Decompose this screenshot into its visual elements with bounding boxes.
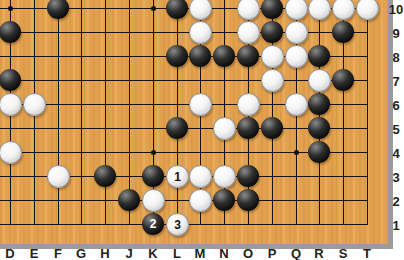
col-label-N: N (219, 246, 228, 260)
stone-white-Q6 (285, 93, 308, 116)
stone-white-K2 (142, 189, 165, 212)
star-point (294, 150, 299, 155)
stone-white-M9 (189, 21, 212, 44)
stone-white-Q10 (285, 0, 308, 20)
stone-black-N2 (213, 189, 235, 211)
col-label-E: E (30, 246, 39, 260)
stone-white-N3 (213, 165, 236, 188)
grid-line-horizontal (0, 32, 368, 33)
stone-black-D7 (0, 69, 21, 91)
move-number-label: 1 (174, 171, 181, 183)
grid-line-vertical (177, 0, 178, 225)
stone-black-R6 (308, 93, 330, 115)
stone-white-M3 (189, 165, 212, 188)
stone-white-S10 (332, 0, 355, 20)
stone-black-P10 (261, 0, 283, 19)
col-label-T: T (363, 246, 371, 260)
stone-black-R5 (308, 117, 330, 139)
star-point (8, 6, 13, 11)
stone-white-M6 (189, 93, 212, 116)
stone-white-N5 (213, 117, 236, 140)
col-label-O: O (243, 246, 253, 260)
go-board[interactable]: 123 (0, 0, 393, 249)
stone-black-P5 (261, 117, 283, 139)
col-label-H: H (100, 246, 109, 260)
stone-black-S7 (332, 69, 354, 91)
stone-black-O5 (237, 117, 259, 139)
col-label-J: J (125, 246, 132, 260)
stone-black-O3 (237, 165, 259, 187)
stone-black-D9 (0, 21, 21, 43)
col-label-F: F (54, 246, 62, 260)
row-label-2: 2 (392, 194, 399, 209)
stone-black-M8 (189, 45, 211, 67)
col-label-D: D (5, 246, 14, 260)
stone-white-D6 (0, 93, 22, 116)
col-label-G: G (76, 246, 86, 260)
stone-black-O2 (237, 189, 259, 211)
grid-line-vertical (81, 0, 82, 225)
col-label-S: S (339, 246, 348, 260)
stone-black-H3 (94, 165, 116, 187)
stone-white-O6 (237, 93, 260, 116)
row-label-10: 10 (389, 2, 403, 17)
grid-line-horizontal (0, 200, 368, 201)
stone-black-K3 (142, 165, 164, 187)
stone-white-Q8 (285, 45, 308, 68)
row-label-5: 5 (392, 122, 399, 137)
stone-white-T10 (356, 0, 379, 20)
stone-white-M10 (189, 0, 212, 20)
row-label-3: 3 (392, 170, 399, 185)
move-number-label: 2 (150, 218, 157, 230)
stone-white-O10 (237, 0, 260, 20)
row-label-1: 1 (392, 218, 399, 233)
row-label-7: 7 (392, 74, 399, 89)
stone-white-E6 (23, 93, 46, 116)
col-label-L: L (173, 246, 181, 260)
col-label-P: P (268, 246, 277, 260)
stone-white-P8 (261, 45, 284, 68)
stone-black-K1: 2 (142, 213, 164, 235)
col-label-K: K (148, 246, 157, 260)
row-label-9: 9 (392, 26, 399, 41)
col-label-R: R (314, 246, 323, 260)
stone-white-L3: 1 (166, 165, 189, 188)
stone-white-D4 (0, 141, 22, 164)
stone-white-F3 (47, 165, 70, 188)
col-label-M: M (195, 246, 206, 260)
stone-white-R7 (308, 69, 331, 92)
stone-white-P7 (261, 69, 284, 92)
stone-white-Q9 (285, 21, 308, 44)
grid-line-vertical (105, 0, 106, 225)
grid-line-vertical (58, 0, 59, 225)
star-point (151, 150, 156, 155)
stone-black-R4 (308, 141, 330, 163)
stone-black-J2 (118, 189, 140, 211)
stone-white-L1: 3 (166, 213, 189, 236)
go-diagram: 123 DEFGHJKLMNOPQRST 10987654321 (0, 0, 404, 260)
stone-black-O8 (237, 45, 259, 67)
stone-white-M2 (189, 189, 212, 212)
stone-black-S9 (332, 21, 354, 43)
stone-black-R8 (308, 45, 330, 67)
stone-black-F10 (47, 0, 69, 19)
stone-black-P9 (261, 21, 283, 43)
col-label-Q: Q (291, 246, 301, 260)
star-point (151, 6, 156, 11)
row-label-8: 8 (392, 50, 399, 65)
stone-black-L10 (166, 0, 188, 19)
stone-black-L5 (166, 117, 188, 139)
row-label-4: 4 (392, 146, 399, 161)
row-label-6: 6 (392, 98, 399, 113)
stone-black-N8 (213, 45, 235, 67)
grid-line-vertical (367, 0, 368, 225)
stone-white-O9 (237, 21, 260, 44)
stone-black-L8 (166, 45, 188, 67)
stone-white-R10 (308, 0, 331, 20)
move-number-label: 3 (174, 219, 181, 231)
